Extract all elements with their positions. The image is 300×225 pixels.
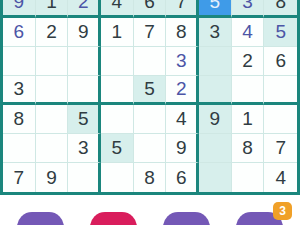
sudoku-cell-r4c3[interactable] [101, 105, 134, 134]
sudoku-cell-r0c3[interactable]: 4 [101, 0, 134, 18]
sudoku-cell-r5c5[interactable]: 9 [166, 134, 199, 163]
sudoku-cell-r1c5[interactable]: 8 [166, 18, 199, 47]
sudoku-board: 912467538629178345326352854913598779864 [0, 0, 300, 195]
sudoku-cell-r5c4[interactable] [134, 134, 167, 163]
sudoku-app-screen: 912467538629178345326352854913598779864 … [0, 0, 300, 225]
sudoku-cell-r3c2[interactable] [68, 76, 101, 105]
sudoku-cell-r0c7[interactable]: 3 [232, 0, 265, 18]
sudoku-cell-r0c5[interactable]: 7 [166, 0, 199, 18]
sudoku-cell-r2c3[interactable] [101, 47, 134, 76]
sudoku-cell-r5c8[interactable]: 7 [264, 134, 297, 163]
sudoku-cell-r1c1[interactable]: 2 [36, 18, 69, 47]
sudoku-cell-r3c8[interactable] [264, 76, 297, 105]
sudoku-cell-r2c6[interactable] [199, 47, 232, 76]
sudoku-cell-r5c6[interactable] [199, 134, 232, 163]
notes-button[interactable] [163, 212, 210, 225]
hint-count-badge: 3 [273, 202, 292, 220]
sudoku-cell-r5c1[interactable] [36, 134, 69, 163]
sudoku-cell-r4c5[interactable]: 4 [166, 105, 199, 134]
sudoku-cell-r3c6[interactable] [199, 76, 232, 105]
erase-button[interactable] [90, 212, 137, 225]
sudoku-cell-r0c0[interactable]: 9 [3, 0, 36, 18]
sudoku-cell-r3c0[interactable]: 3 [3, 76, 36, 105]
sudoku-cell-r3c3[interactable] [101, 76, 134, 105]
sudoku-cell-r6c0[interactable]: 7 [3, 163, 36, 192]
sudoku-cell-r2c2[interactable] [68, 47, 101, 76]
sudoku-cell-r6c5[interactable]: 6 [166, 163, 199, 192]
sudoku-cell-r5c7[interactable]: 8 [232, 134, 265, 163]
sudoku-cell-r4c1[interactable] [36, 105, 69, 134]
sudoku-cell-r6c6[interactable] [199, 163, 232, 192]
sudoku-cell-r6c2[interactable] [68, 163, 101, 192]
sudoku-cell-r4c0[interactable]: 8 [3, 105, 36, 134]
sudoku-cell-r6c3[interactable] [101, 163, 134, 192]
sudoku-cell-r0c8[interactable]: 8 [264, 0, 297, 18]
sudoku-cell-r2c1[interactable] [36, 47, 69, 76]
sudoku-cell-r0c1[interactable]: 1 [36, 0, 69, 18]
sudoku-cell-r4c4[interactable] [134, 105, 167, 134]
sudoku-cell-r6c8[interactable]: 4 [264, 163, 297, 192]
sudoku-cell-r2c5[interactable]: 3 [166, 47, 199, 76]
sudoku-cell-r1c7[interactable]: 4 [232, 18, 265, 47]
sudoku-cell-r1c2[interactable]: 9 [68, 18, 101, 47]
sudoku-cell-r4c6[interactable]: 9 [199, 105, 232, 134]
sudoku-cell-r4c2[interactable]: 5 [68, 105, 101, 134]
sudoku-cell-r2c4[interactable] [134, 47, 167, 76]
sudoku-cell-r1c8[interactable]: 5 [264, 18, 297, 47]
sudoku-cell-r3c5[interactable]: 2 [166, 76, 199, 105]
sudoku-cell-r1c4[interactable]: 7 [134, 18, 167, 47]
sudoku-cell-r3c1[interactable] [36, 76, 69, 105]
action-toolbar: 3 [0, 212, 300, 225]
sudoku-cell-r1c0[interactable]: 6 [3, 18, 36, 47]
sudoku-cell-r2c0[interactable] [3, 47, 36, 76]
sudoku-cell-r3c7[interactable] [232, 76, 265, 105]
hint-button[interactable]: 3 [236, 212, 283, 225]
sudoku-cell-r1c6[interactable]: 3 [199, 18, 232, 47]
sudoku-cell-r2c7[interactable]: 2 [232, 47, 265, 76]
sudoku-cell-r4c8[interactable] [264, 105, 297, 134]
sudoku-cell-r0c4[interactable]: 6 [134, 0, 167, 18]
sudoku-cell-r1c3[interactable]: 1 [101, 18, 134, 47]
sudoku-cell-r5c3[interactable]: 5 [101, 134, 134, 163]
sudoku-cell-r2c8[interactable]: 6 [264, 47, 297, 76]
sudoku-cell-r0c2[interactable]: 2 [68, 0, 101, 18]
sudoku-cell-r6c7[interactable] [232, 163, 265, 192]
undo-button[interactable] [17, 212, 64, 225]
sudoku-cell-r5c0[interactable] [3, 134, 36, 163]
sudoku-cell-r0c6[interactable]: 5 [199, 0, 232, 18]
sudoku-cell-r4c7[interactable]: 1 [232, 105, 265, 134]
sudoku-cell-r6c1[interactable]: 9 [36, 163, 69, 192]
sudoku-cell-r5c2[interactable]: 3 [68, 134, 101, 163]
sudoku-cell-r3c4[interactable]: 5 [134, 76, 167, 105]
sudoku-cell-r6c4[interactable]: 8 [134, 163, 167, 192]
